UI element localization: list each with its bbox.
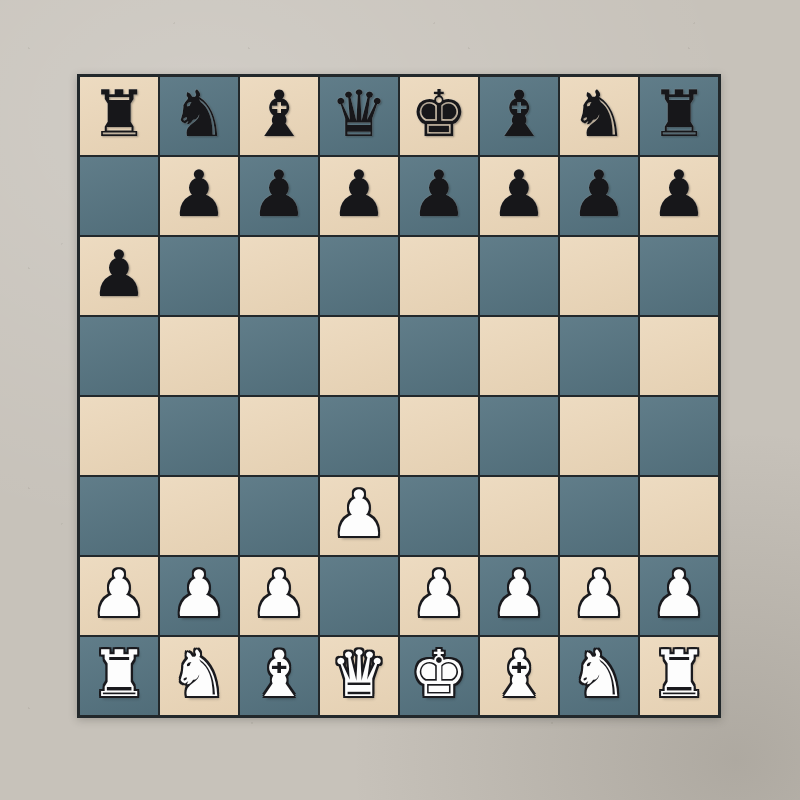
square-a6[interactable]: ♟ (80, 237, 158, 315)
piece-black-knight-g8[interactable]: ♞ (570, 82, 627, 146)
piece-white-pawn-h2[interactable]: ♟ (650, 562, 707, 626)
square-c8[interactable]: ♝ (240, 77, 318, 155)
piece-white-rook-a1[interactable]: ♜ (90, 642, 147, 706)
piece-white-pawn-b2[interactable]: ♟ (170, 562, 227, 626)
square-h7[interactable]: ♟ (640, 157, 718, 235)
piece-black-rook-h8[interactable]: ♜ (650, 82, 707, 146)
square-b7[interactable]: ♟ (160, 157, 238, 235)
piece-white-knight-b1[interactable]: ♞ (170, 642, 227, 706)
square-c6[interactable] (240, 237, 318, 315)
piece-white-queen-d1[interactable]: ♛ (330, 642, 387, 706)
square-f5[interactable] (480, 317, 558, 395)
square-e1[interactable]: ♚ (400, 637, 478, 715)
square-e7[interactable]: ♟ (400, 157, 478, 235)
piece-black-queen-d8[interactable]: ♛ (330, 82, 387, 146)
square-a5[interactable] (80, 317, 158, 395)
piece-white-pawn-a2[interactable]: ♟ (90, 562, 147, 626)
square-g5[interactable] (560, 317, 638, 395)
square-c4[interactable] (240, 397, 318, 475)
square-g7[interactable]: ♟ (560, 157, 638, 235)
piece-white-pawn-e2[interactable]: ♟ (410, 562, 467, 626)
square-h2[interactable]: ♟ (640, 557, 718, 635)
square-c5[interactable] (240, 317, 318, 395)
piece-black-pawn-h7[interactable]: ♟ (650, 162, 707, 226)
square-g6[interactable] (560, 237, 638, 315)
square-h1[interactable]: ♜ (640, 637, 718, 715)
square-h3[interactable] (640, 477, 718, 555)
square-f1[interactable]: ♝ (480, 637, 558, 715)
square-b6[interactable] (160, 237, 238, 315)
piece-white-pawn-d3[interactable]: ♟ (330, 482, 387, 546)
square-d6[interactable] (320, 237, 398, 315)
square-e2[interactable]: ♟ (400, 557, 478, 635)
square-g1[interactable]: ♞ (560, 637, 638, 715)
page-background: ♜♞♝♛♚♝♞♜♟♟♟♟♟♟♟♟♟♟♟♟♟♟♟♟♜♞♝♛♚♝♞♜ (0, 0, 800, 800)
piece-black-pawn-f7[interactable]: ♟ (490, 162, 547, 226)
square-c2[interactable]: ♟ (240, 557, 318, 635)
piece-black-bishop-f8[interactable]: ♝ (490, 82, 547, 146)
square-b3[interactable] (160, 477, 238, 555)
piece-white-pawn-g2[interactable]: ♟ (570, 562, 627, 626)
square-d7[interactable]: ♟ (320, 157, 398, 235)
square-b4[interactable] (160, 397, 238, 475)
piece-black-pawn-g7[interactable]: ♟ (570, 162, 627, 226)
square-f3[interactable] (480, 477, 558, 555)
square-b8[interactable]: ♞ (160, 77, 238, 155)
square-h8[interactable]: ♜ (640, 77, 718, 155)
piece-white-pawn-c2[interactable]: ♟ (250, 562, 307, 626)
piece-black-pawn-b7[interactable]: ♟ (170, 162, 227, 226)
piece-black-king-e8[interactable]: ♚ (410, 82, 467, 146)
piece-black-pawn-e7[interactable]: ♟ (410, 162, 467, 226)
square-f4[interactable] (480, 397, 558, 475)
square-e5[interactable] (400, 317, 478, 395)
square-h6[interactable] (640, 237, 718, 315)
square-a8[interactable]: ♜ (80, 77, 158, 155)
piece-black-bishop-c8[interactable]: ♝ (250, 82, 307, 146)
piece-black-pawn-d7[interactable]: ♟ (330, 162, 387, 226)
square-a4[interactable] (80, 397, 158, 475)
piece-black-knight-b8[interactable]: ♞ (170, 82, 227, 146)
square-f7[interactable]: ♟ (480, 157, 558, 235)
square-d1[interactable]: ♛ (320, 637, 398, 715)
square-c7[interactable]: ♟ (240, 157, 318, 235)
piece-white-pawn-f2[interactable]: ♟ (490, 562, 547, 626)
chess-board: ♜♞♝♛♚♝♞♜♟♟♟♟♟♟♟♟♟♟♟♟♟♟♟♟♜♞♝♛♚♝♞♜ (77, 74, 721, 718)
square-f8[interactable]: ♝ (480, 77, 558, 155)
square-e4[interactable] (400, 397, 478, 475)
square-f6[interactable] (480, 237, 558, 315)
square-d4[interactable] (320, 397, 398, 475)
square-c3[interactable] (240, 477, 318, 555)
square-d8[interactable]: ♛ (320, 77, 398, 155)
square-b2[interactable]: ♟ (160, 557, 238, 635)
square-a3[interactable] (80, 477, 158, 555)
square-a7[interactable] (80, 157, 158, 235)
square-h5[interactable] (640, 317, 718, 395)
square-b1[interactable]: ♞ (160, 637, 238, 715)
piece-white-knight-g1[interactable]: ♞ (570, 642, 627, 706)
square-c1[interactable]: ♝ (240, 637, 318, 715)
piece-white-bishop-f1[interactable]: ♝ (490, 642, 547, 706)
square-g2[interactable]: ♟ (560, 557, 638, 635)
square-e8[interactable]: ♚ (400, 77, 478, 155)
square-g3[interactable] (560, 477, 638, 555)
piece-white-rook-h1[interactable]: ♜ (650, 642, 707, 706)
piece-black-pawn-a6[interactable]: ♟ (90, 242, 147, 306)
square-d5[interactable] (320, 317, 398, 395)
square-a1[interactable]: ♜ (80, 637, 158, 715)
piece-black-rook-a8[interactable]: ♜ (90, 82, 147, 146)
square-d3[interactable]: ♟ (320, 477, 398, 555)
square-e3[interactable] (400, 477, 478, 555)
piece-white-king-e1[interactable]: ♚ (410, 642, 467, 706)
piece-white-bishop-c1[interactable]: ♝ (250, 642, 307, 706)
square-a2[interactable]: ♟ (80, 557, 158, 635)
square-e6[interactable] (400, 237, 478, 315)
piece-black-pawn-c7[interactable]: ♟ (250, 162, 307, 226)
square-g4[interactable] (560, 397, 638, 475)
square-d2[interactable] (320, 557, 398, 635)
square-b5[interactable] (160, 317, 238, 395)
square-f2[interactable]: ♟ (480, 557, 558, 635)
square-g8[interactable]: ♞ (560, 77, 638, 155)
square-h4[interactable] (640, 397, 718, 475)
